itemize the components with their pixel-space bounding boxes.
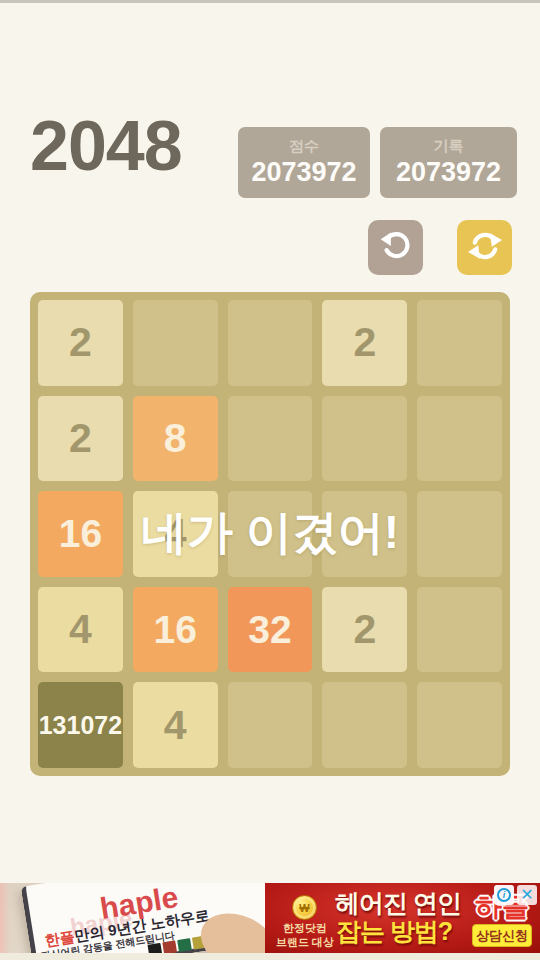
cell-r3c5	[417, 491, 502, 577]
screen-bottom-strip	[0, 953, 540, 960]
page-title: 2048	[30, 106, 182, 186]
score-box: 점수 2073972	[238, 127, 370, 198]
tile-16-r3c1: 16	[38, 491, 123, 577]
best-score-box: 기록 2073972	[380, 127, 517, 198]
undo-icon	[379, 229, 413, 267]
tile-32-r4c3: 32	[228, 587, 313, 673]
tile-2-r2c1: 2	[38, 396, 123, 482]
score-value: 2073972	[238, 157, 370, 188]
ad-info-button[interactable]: i	[494, 885, 514, 905]
board[interactable]: 22281644163221310724	[30, 292, 510, 776]
ad-cta-button[interactable]: 상담신청	[472, 924, 532, 947]
cell-r2c4	[322, 396, 407, 482]
ad-photo-section: haple haple 한플만의 9년간 노하우로 진심어린 감동을 전해드립니…	[0, 883, 265, 953]
ad-headline: 헤어진 연인 잡는 방법?	[335, 889, 453, 945]
ad-headline-line1: 헤어진 연인	[335, 889, 453, 917]
tile-131072-r5c1: 131072	[38, 682, 123, 768]
refresh-icon	[468, 229, 502, 267]
tile-2-r1c1: 2	[38, 300, 123, 386]
ad-award-line1: 한정닷컴	[269, 921, 341, 935]
tile-2-r4c4: 2	[322, 587, 407, 673]
best-value: 2073972	[380, 157, 517, 188]
ad-award-text: 한정닷컴 브랜드 대상	[269, 921, 341, 950]
cell-r5c5	[417, 682, 502, 768]
cell-r3c4	[322, 491, 407, 577]
cell-r5c4	[322, 682, 407, 768]
tile-16-r4c2: 16	[133, 587, 218, 673]
status-bar-line	[0, 0, 540, 3]
score-label: 점수	[238, 127, 370, 156]
tile-8-r2c2: 8	[133, 396, 218, 482]
tile-4-r3c2: 4	[133, 491, 218, 577]
cell-r1c5	[417, 300, 502, 386]
game-screen: 2048 점수 2073972 기록 2073972 2228164416322…	[0, 0, 540, 960]
tile-4-r5c2: 4	[133, 682, 218, 768]
tile-4-r4c1: 4	[38, 587, 123, 673]
cell-r4c5	[417, 587, 502, 673]
cell-r3c3	[228, 491, 313, 577]
ad-headline-line2: 잡는 방법?	[335, 917, 453, 945]
tile-2-r1c4: 2	[322, 300, 407, 386]
best-label: 기록	[380, 127, 517, 156]
ad-close-button[interactable]: ✕	[517, 885, 537, 905]
cell-r1c3	[228, 300, 313, 386]
ad-award-line2: 브랜드 대상	[269, 935, 341, 949]
ad-banner[interactable]: haple haple 한플만의 9년간 노하우로 진심어린 감동을 전해드립니…	[0, 883, 540, 953]
cell-r2c5	[417, 396, 502, 482]
cell-r1c2	[133, 300, 218, 386]
info-icon: i	[497, 888, 511, 902]
cell-r5c3	[228, 682, 313, 768]
photo-edge	[0, 883, 10, 953]
coin-icon: ₩	[292, 895, 317, 920]
cell-r2c3	[228, 396, 313, 482]
restart-button[interactable]	[457, 220, 512, 275]
undo-button[interactable]	[368, 220, 423, 275]
